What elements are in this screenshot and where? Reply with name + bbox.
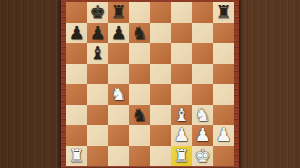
- square-h3[interactable]: [213, 105, 234, 126]
- square-c4[interactable]: ♞: [108, 84, 129, 105]
- square-c2[interactable]: [108, 125, 129, 146]
- square-d5[interactable]: [129, 64, 150, 85]
- square-a6[interactable]: [66, 43, 87, 64]
- square-e3[interactable]: [150, 105, 171, 126]
- square-a7[interactable]: ♟: [66, 23, 87, 44]
- square-c3[interactable]: [108, 105, 129, 126]
- square-a1[interactable]: ♜: [66, 146, 87, 167]
- square-e1[interactable]: [150, 146, 171, 167]
- square-g2[interactable]: ♟: [192, 125, 213, 146]
- chess-board[interactable]: ♚♜♜♟♟♟♞♝♞♞♝♞♟♟♟♜♜♚: [66, 2, 234, 166]
- piece-black-king[interactable]: ♚: [89, 2, 105, 22]
- square-f4[interactable]: [171, 84, 192, 105]
- square-a4[interactable]: [66, 84, 87, 105]
- square-g8[interactable]: [192, 2, 213, 23]
- piece-white-pawn[interactable]: ♟: [194, 125, 210, 145]
- square-c8[interactable]: ♜: [108, 2, 129, 23]
- piece-white-king[interactable]: ♚: [194, 146, 210, 166]
- square-b2[interactable]: [87, 125, 108, 146]
- square-b8[interactable]: ♚: [87, 2, 108, 23]
- piece-white-bishop[interactable]: ♝: [173, 105, 189, 125]
- piece-white-rook[interactable]: ♜: [68, 146, 84, 166]
- square-g3[interactable]: ♞: [192, 105, 213, 126]
- piece-black-pawn[interactable]: ♟: [89, 23, 105, 43]
- square-b4[interactable]: [87, 84, 108, 105]
- square-f7[interactable]: [171, 23, 192, 44]
- piece-black-bishop[interactable]: ♝: [89, 43, 105, 63]
- piece-black-knight[interactable]: ♞: [131, 23, 147, 43]
- piece-black-knight[interactable]: ♞: [131, 105, 147, 125]
- square-g5[interactable]: [192, 64, 213, 85]
- piece-white-knight[interactable]: ♞: [110, 84, 126, 104]
- square-b7[interactable]: ♟: [87, 23, 108, 44]
- square-d1[interactable]: [129, 146, 150, 167]
- piece-black-pawn[interactable]: ♟: [68, 23, 84, 43]
- square-f3[interactable]: ♝: [171, 105, 192, 126]
- square-h1[interactable]: [213, 146, 234, 167]
- square-b6[interactable]: ♝: [87, 43, 108, 64]
- board-frame: ♚♜♜♟♟♟♞♝♞♞♝♞♟♟♟♜♜♚: [61, 0, 239, 168]
- square-d4[interactable]: [129, 84, 150, 105]
- square-h7[interactable]: [213, 23, 234, 44]
- square-c5[interactable]: [108, 64, 129, 85]
- square-e6[interactable]: [150, 43, 171, 64]
- square-e8[interactable]: [150, 2, 171, 23]
- square-a3[interactable]: [66, 105, 87, 126]
- piece-white-rook[interactable]: ♜: [173, 146, 189, 166]
- square-d8[interactable]: [129, 2, 150, 23]
- square-g6[interactable]: [192, 43, 213, 64]
- square-d6[interactable]: [129, 43, 150, 64]
- square-e7[interactable]: [150, 23, 171, 44]
- piece-black-rook[interactable]: ♜: [215, 2, 231, 22]
- square-f6[interactable]: [171, 43, 192, 64]
- square-h4[interactable]: [213, 84, 234, 105]
- square-e2[interactable]: [150, 125, 171, 146]
- piece-black-rook[interactable]: ♜: [110, 2, 126, 22]
- square-h2[interactable]: ♟: [213, 125, 234, 146]
- square-b5[interactable]: [87, 64, 108, 85]
- square-b3[interactable]: [87, 105, 108, 126]
- piece-white-knight[interactable]: ♞: [194, 105, 210, 125]
- wooden-table-background: ♚♜♜♟♟♟♞♝♞♞♝♞♟♟♟♜♜♚: [0, 0, 300, 168]
- square-a8[interactable]: [66, 2, 87, 23]
- square-d2[interactable]: [129, 125, 150, 146]
- square-e5[interactable]: [150, 64, 171, 85]
- square-f8[interactable]: [171, 2, 192, 23]
- square-h8[interactable]: ♜: [213, 2, 234, 23]
- square-f1[interactable]: ♜: [171, 146, 192, 167]
- square-c1[interactable]: [108, 146, 129, 167]
- square-g1[interactable]: ♚: [192, 146, 213, 167]
- piece-white-pawn[interactable]: ♟: [173, 125, 189, 145]
- square-e4[interactable]: [150, 84, 171, 105]
- square-f5[interactable]: [171, 64, 192, 85]
- piece-black-pawn[interactable]: ♟: [110, 23, 126, 43]
- square-g7[interactable]: [192, 23, 213, 44]
- square-b1[interactable]: [87, 146, 108, 167]
- square-h6[interactable]: [213, 43, 234, 64]
- square-g4[interactable]: [192, 84, 213, 105]
- square-d3[interactable]: ♞: [129, 105, 150, 126]
- square-h5[interactable]: [213, 64, 234, 85]
- square-f2[interactable]: ♟: [171, 125, 192, 146]
- square-c7[interactable]: ♟: [108, 23, 129, 44]
- square-a5[interactable]: [66, 64, 87, 85]
- piece-white-pawn[interactable]: ♟: [215, 125, 231, 145]
- square-c6[interactable]: [108, 43, 129, 64]
- square-a2[interactable]: [66, 125, 87, 146]
- square-d7[interactable]: ♞: [129, 23, 150, 44]
